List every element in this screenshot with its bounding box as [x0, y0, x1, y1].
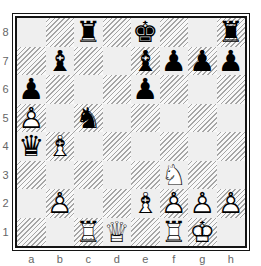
square-h3[interactable]	[217, 161, 246, 190]
chess-board: ♜♚♜♝♝♟♟♟♟♟♟♙♞♛♝♗♞♘♟♙♝♗♟♙♟♙♟♙♜♖♛♕♜♖♚♔	[15, 16, 247, 248]
square-f3[interactable]: ♞♘	[160, 161, 189, 190]
piece-white-pawn-g2[interactable]: ♟♙	[188, 189, 217, 218]
square-d2[interactable]	[103, 189, 132, 218]
square-g6[interactable]	[188, 75, 217, 104]
square-c8[interactable]: ♜	[74, 18, 103, 47]
rank-labels: 87654321	[0, 18, 11, 246]
piece-black-pawn-f7[interactable]: ♟	[160, 47, 189, 76]
piece-black-queen-a4[interactable]: ♛	[17, 132, 46, 161]
square-e7[interactable]: ♝	[131, 47, 160, 76]
square-h7[interactable]: ♟	[217, 47, 246, 76]
chess-diagram: 87654321 ♜♚♜♝♝♟♟♟♟♟♟♙♞♛♝♗♞♘♟♙♝♗♟♙♟♙♟♙♜♖♛…	[0, 0, 261, 266]
square-e3[interactable]	[131, 161, 160, 190]
square-f7[interactable]: ♟	[160, 47, 189, 76]
square-g4[interactable]	[188, 132, 217, 161]
square-b3[interactable]	[46, 161, 75, 190]
file-label-h: h	[217, 251, 246, 266]
square-a2[interactable]	[17, 189, 46, 218]
file-labels: abcdefgh	[17, 251, 245, 266]
square-a5[interactable]: ♟♙	[17, 104, 46, 133]
piece-white-pawn-b2[interactable]: ♟♙	[46, 189, 75, 218]
piece-black-king-e8[interactable]: ♚	[131, 18, 160, 47]
piece-outline: ♙	[160, 189, 189, 218]
square-e5[interactable]	[131, 104, 160, 133]
board-frame: ♜♚♜♝♝♟♟♟♟♟♟♙♞♛♝♗♞♘♟♙♝♗♟♙♟♙♟♙♜♖♛♕♜♖♚♔	[12, 13, 250, 251]
piece-white-rook-c1[interactable]: ♜♖	[74, 218, 103, 247]
piece-white-bishop-e2[interactable]: ♝♗	[131, 189, 160, 218]
square-a1[interactable]	[17, 218, 46, 247]
rank-label-8: 8	[0, 18, 11, 47]
piece-black-pawn-a6[interactable]: ♟	[17, 75, 46, 104]
square-b6[interactable]	[46, 75, 75, 104]
piece-outline: ♔	[188, 218, 217, 247]
piece-white-bishop-b4[interactable]: ♝♗	[46, 132, 75, 161]
square-g1[interactable]: ♚♔	[188, 218, 217, 247]
square-e8[interactable]: ♚	[131, 18, 160, 47]
file-label-b: b	[46, 251, 75, 266]
file-label-c: c	[74, 251, 103, 266]
square-e6[interactable]: ♟	[131, 75, 160, 104]
piece-black-pawn-h7[interactable]: ♟	[217, 47, 246, 76]
rank-label-1: 1	[0, 218, 11, 247]
piece-white-pawn-h2[interactable]: ♟♙	[217, 189, 246, 218]
piece-outline: ♕	[103, 218, 132, 247]
piece-black-pawn-e6[interactable]: ♟	[131, 75, 160, 104]
square-c5[interactable]: ♞	[74, 104, 103, 133]
square-d3[interactable]	[103, 161, 132, 190]
square-h6[interactable]	[217, 75, 246, 104]
square-f1[interactable]: ♜♖	[160, 218, 189, 247]
square-g8[interactable]	[188, 18, 217, 47]
square-f4[interactable]	[160, 132, 189, 161]
square-f5[interactable]	[160, 104, 189, 133]
square-d8[interactable]	[103, 18, 132, 47]
piece-black-bishop-b7[interactable]: ♝	[46, 47, 75, 76]
square-a7[interactable]	[17, 47, 46, 76]
piece-outline: ♗	[46, 132, 75, 161]
piece-black-rook-c8[interactable]: ♜	[74, 18, 103, 47]
square-c2[interactable]	[74, 189, 103, 218]
square-h8[interactable]: ♜	[217, 18, 246, 47]
square-g5[interactable]	[188, 104, 217, 133]
square-b8[interactable]	[46, 18, 75, 47]
square-h2[interactable]: ♟♙	[217, 189, 246, 218]
piece-white-queen-d1[interactable]: ♛♕	[103, 218, 132, 247]
rank-label-6: 6	[0, 75, 11, 104]
square-d7[interactable]	[103, 47, 132, 76]
square-c6[interactable]	[74, 75, 103, 104]
rank-label-5: 5	[0, 104, 11, 133]
square-b7[interactable]: ♝	[46, 47, 75, 76]
square-a4[interactable]: ♛	[17, 132, 46, 161]
piece-black-knight-c5[interactable]: ♞	[74, 104, 103, 133]
rank-label-7: 7	[0, 47, 11, 76]
square-b5[interactable]	[46, 104, 75, 133]
square-d6[interactable]	[103, 75, 132, 104]
piece-outline: ♙	[17, 104, 46, 133]
square-b1[interactable]	[46, 218, 75, 247]
square-a8[interactable]	[17, 18, 46, 47]
piece-white-pawn-a5[interactable]: ♟♙	[17, 104, 46, 133]
square-c1[interactable]: ♜♖	[74, 218, 103, 247]
square-e1[interactable]	[131, 218, 160, 247]
piece-outline: ♖	[74, 218, 103, 247]
square-f2[interactable]: ♟♙	[160, 189, 189, 218]
square-b4[interactable]: ♝♗	[46, 132, 75, 161]
square-g7[interactable]: ♟	[188, 47, 217, 76]
rank-label-4: 4	[0, 132, 11, 161]
square-e2[interactable]: ♝♗	[131, 189, 160, 218]
piece-black-rook-h8[interactable]: ♜	[217, 18, 246, 47]
piece-outline: ♙	[46, 189, 75, 218]
square-d1[interactable]: ♛♕	[103, 218, 132, 247]
piece-outline: ♖	[160, 218, 189, 247]
square-c4[interactable]	[74, 132, 103, 161]
piece-outline: ♙	[217, 189, 246, 218]
square-h4[interactable]	[217, 132, 246, 161]
piece-outline: ♙	[188, 189, 217, 218]
piece-white-rook-f1[interactable]: ♜♖	[160, 218, 189, 247]
file-label-e: e	[131, 251, 160, 266]
piece-white-king-g1[interactable]: ♚♔	[188, 218, 217, 247]
square-g3[interactable]	[188, 161, 217, 190]
rank-label-2: 2	[0, 189, 11, 218]
square-b2[interactable]: ♟♙	[46, 189, 75, 218]
square-f6[interactable]	[160, 75, 189, 104]
square-d4[interactable]	[103, 132, 132, 161]
square-g2[interactable]: ♟♙	[188, 189, 217, 218]
piece-white-knight-f3[interactable]: ♞♘	[160, 161, 189, 190]
piece-black-pawn-g7[interactable]: ♟	[188, 47, 217, 76]
square-h5[interactable]	[217, 104, 246, 133]
piece-outline: ♘	[160, 161, 189, 190]
square-e4[interactable]	[131, 132, 160, 161]
file-label-f: f	[160, 251, 189, 266]
square-d5[interactable]	[103, 104, 132, 133]
square-a3[interactable]	[17, 161, 46, 190]
square-c7[interactable]	[74, 47, 103, 76]
file-label-g: g	[188, 251, 217, 266]
piece-black-bishop-e7[interactable]: ♝	[131, 47, 160, 76]
file-label-d: d	[103, 251, 132, 266]
square-f8[interactable]	[160, 18, 189, 47]
piece-outline: ♗	[131, 189, 160, 218]
file-label-a: a	[17, 251, 46, 266]
square-c3[interactable]	[74, 161, 103, 190]
square-h1[interactable]	[217, 218, 246, 247]
piece-white-pawn-f2[interactable]: ♟♙	[160, 189, 189, 218]
rank-label-3: 3	[0, 161, 11, 190]
square-a6[interactable]: ♟	[17, 75, 46, 104]
